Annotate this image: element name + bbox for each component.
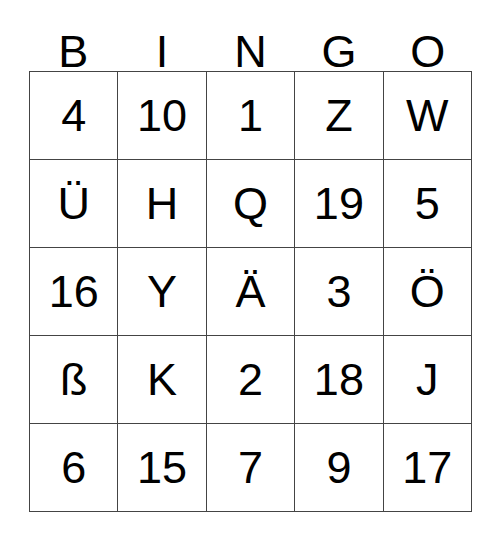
bingo-card: BINGO 4101ZWÜHQ19516YÄ3ÖßK218J6157917 (29, 0, 472, 512)
header-letter-i: I (118, 3, 207, 74)
bingo-cell[interactable]: 6 (30, 424, 117, 511)
header-letter-g: G (295, 3, 384, 74)
bingo-cell[interactable]: 3 (295, 248, 382, 335)
bingo-cell[interactable]: 4 (30, 72, 117, 159)
bingo-board: 4101ZWÜHQ19516YÄ3ÖßK218J6157917 (29, 71, 472, 512)
bingo-cell[interactable]: Ö (384, 248, 471, 335)
bingo-cell[interactable]: J (384, 336, 471, 423)
bingo-cell[interactable]: W (384, 72, 471, 159)
bingo-cell[interactable]: 17 (384, 424, 471, 511)
bingo-cell[interactable]: 7 (207, 424, 294, 511)
bingo-cell[interactable]: 5 (384, 160, 471, 247)
bingo-cell[interactable]: 10 (118, 72, 205, 159)
header-letter-n: N (206, 3, 295, 74)
bingo-cell[interactable]: 2 (207, 336, 294, 423)
bingo-header: BINGO (29, 0, 472, 71)
bingo-cell[interactable]: 16 (30, 248, 117, 335)
bingo-cell[interactable]: H (118, 160, 205, 247)
header-letter-o: O (383, 3, 472, 74)
bingo-cell[interactable]: 9 (295, 424, 382, 511)
bingo-cell[interactable]: Z (295, 72, 382, 159)
bingo-cell[interactable]: ß (30, 336, 117, 423)
bingo-cell[interactable]: Y (118, 248, 205, 335)
bingo-cell[interactable]: Ä (207, 248, 294, 335)
bingo-cell[interactable]: 18 (295, 336, 382, 423)
bingo-cell[interactable]: 1 (207, 72, 294, 159)
bingo-cell[interactable]: Ü (30, 160, 117, 247)
bingo-cell[interactable]: 15 (118, 424, 205, 511)
header-letter-b: B (29, 3, 118, 74)
bingo-cell[interactable]: 19 (295, 160, 382, 247)
bingo-cell[interactable]: K (118, 336, 205, 423)
bingo-cell[interactable]: Q (207, 160, 294, 247)
